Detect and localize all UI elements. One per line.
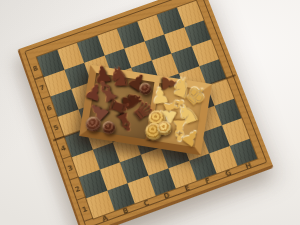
photo-scene: 87654321 ABCDEFGH ♟♞♟♝♞♟♜♟♝♛ ♟♞♚♟♝♞♟♝♟ [0,0,300,225]
light-pieces-compartment: ♟♞♚♟♝♞♟♝♟ [150,83,204,147]
